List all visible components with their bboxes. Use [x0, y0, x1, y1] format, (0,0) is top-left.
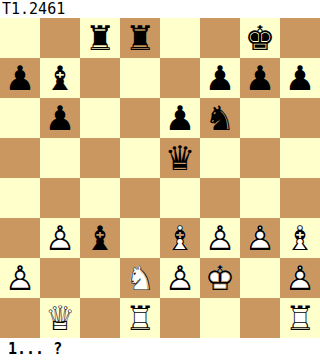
square-b6[interactable]: ♟ [40, 98, 80, 138]
square-d5[interactable] [120, 138, 160, 178]
square-c3[interactable]: ♝ [80, 218, 120, 258]
square-b1[interactable]: ♛♕ [40, 298, 80, 338]
white-king: ♔ [200, 258, 240, 298]
square-f3[interactable]: ♟♙ [200, 218, 240, 258]
square-h8[interactable] [280, 18, 320, 58]
square-h1[interactable]: ♜♖ [280, 298, 320, 338]
square-g2[interactable] [240, 258, 280, 298]
square-c1[interactable] [80, 298, 120, 338]
square-b3[interactable]: ♟♙ [40, 218, 80, 258]
square-f6[interactable]: ♞ [200, 98, 240, 138]
square-d1[interactable]: ♜♖ [120, 298, 160, 338]
square-d6[interactable] [120, 98, 160, 138]
chess-puzzle-screen: T1.2461 ♜♜♚♟♝♟♟♟♟♟♞♛♟♙♝♝♗♟♙♟♙♝♗♟♙♞♘♟♙♚♔♟… [0, 0, 320, 360]
square-c7[interactable] [80, 58, 120, 98]
square-g5[interactable] [240, 138, 280, 178]
square-h5[interactable] [280, 138, 320, 178]
square-h2[interactable]: ♟♙ [280, 258, 320, 298]
puzzle-id: T1.2461 [0, 0, 320, 18]
square-a6[interactable] [0, 98, 40, 138]
black-bishop: ♝ [40, 58, 80, 98]
square-d4[interactable] [120, 178, 160, 218]
square-b5[interactable] [40, 138, 80, 178]
square-d7[interactable] [120, 58, 160, 98]
black-rook: ♜ [80, 18, 120, 58]
black-bishop: ♝ [80, 218, 120, 258]
square-e8[interactable] [160, 18, 200, 58]
white-knight: ♘ [120, 258, 160, 298]
white-rook: ♖ [120, 298, 160, 338]
square-g7[interactable]: ♟ [240, 58, 280, 98]
square-h4[interactable] [280, 178, 320, 218]
square-c5[interactable] [80, 138, 120, 178]
square-e2[interactable]: ♟♙ [160, 258, 200, 298]
square-f7[interactable]: ♟ [200, 58, 240, 98]
square-g1[interactable] [240, 298, 280, 338]
white-pawn: ♙ [40, 218, 80, 258]
move-prompt: 1... ? [0, 338, 320, 360]
black-knight: ♞ [200, 98, 240, 138]
black-king: ♚ [240, 18, 280, 58]
square-d8[interactable]: ♜ [120, 18, 160, 58]
square-e6[interactable]: ♟ [160, 98, 200, 138]
black-pawn: ♟ [200, 58, 240, 98]
square-a4[interactable] [0, 178, 40, 218]
square-f5[interactable] [200, 138, 240, 178]
square-a5[interactable] [0, 138, 40, 178]
square-h3[interactable]: ♝♗ [280, 218, 320, 258]
square-b7[interactable]: ♝ [40, 58, 80, 98]
square-b8[interactable] [40, 18, 80, 58]
square-a2[interactable]: ♟♙ [0, 258, 40, 298]
square-f2[interactable]: ♚♔ [200, 258, 240, 298]
square-f1[interactable] [200, 298, 240, 338]
square-b4[interactable] [40, 178, 80, 218]
black-pawn: ♟ [160, 98, 200, 138]
square-d2[interactable]: ♞♘ [120, 258, 160, 298]
square-c6[interactable] [80, 98, 120, 138]
square-h6[interactable] [280, 98, 320, 138]
black-queen: ♛ [160, 138, 200, 178]
white-bishop: ♗ [280, 218, 320, 258]
black-pawn: ♟ [240, 58, 280, 98]
black-pawn: ♟ [40, 98, 80, 138]
square-e3[interactable]: ♝♗ [160, 218, 200, 258]
square-e7[interactable] [160, 58, 200, 98]
square-d3[interactable] [120, 218, 160, 258]
square-f8[interactable] [200, 18, 240, 58]
black-pawn: ♟ [280, 58, 320, 98]
square-c4[interactable] [80, 178, 120, 218]
square-c8[interactable]: ♜ [80, 18, 120, 58]
chess-board: ♜♜♚♟♝♟♟♟♟♟♞♛♟♙♝♝♗♟♙♟♙♝♗♟♙♞♘♟♙♚♔♟♙♛♕♜♖♜♖ [0, 18, 320, 338]
white-pawn: ♙ [160, 258, 200, 298]
square-f4[interactable] [200, 178, 240, 218]
white-pawn: ♙ [200, 218, 240, 258]
black-rook: ♜ [120, 18, 160, 58]
square-c2[interactable] [80, 258, 120, 298]
square-g6[interactable] [240, 98, 280, 138]
square-a8[interactable] [0, 18, 40, 58]
white-pawn: ♙ [0, 258, 40, 298]
white-pawn: ♙ [240, 218, 280, 258]
white-bishop: ♗ [160, 218, 200, 258]
white-pawn: ♙ [280, 258, 320, 298]
square-b2[interactable] [40, 258, 80, 298]
white-rook: ♖ [280, 298, 320, 338]
square-e1[interactable] [160, 298, 200, 338]
square-e5[interactable]: ♛ [160, 138, 200, 178]
square-a7[interactable]: ♟ [0, 58, 40, 98]
white-queen: ♕ [40, 298, 80, 338]
square-h7[interactable]: ♟ [280, 58, 320, 98]
black-pawn: ♟ [0, 58, 40, 98]
square-e4[interactable] [160, 178, 200, 218]
square-g8[interactable]: ♚ [240, 18, 280, 58]
square-a1[interactable] [0, 298, 40, 338]
square-a3[interactable] [0, 218, 40, 258]
square-g3[interactable]: ♟♙ [240, 218, 280, 258]
square-g4[interactable] [240, 178, 280, 218]
